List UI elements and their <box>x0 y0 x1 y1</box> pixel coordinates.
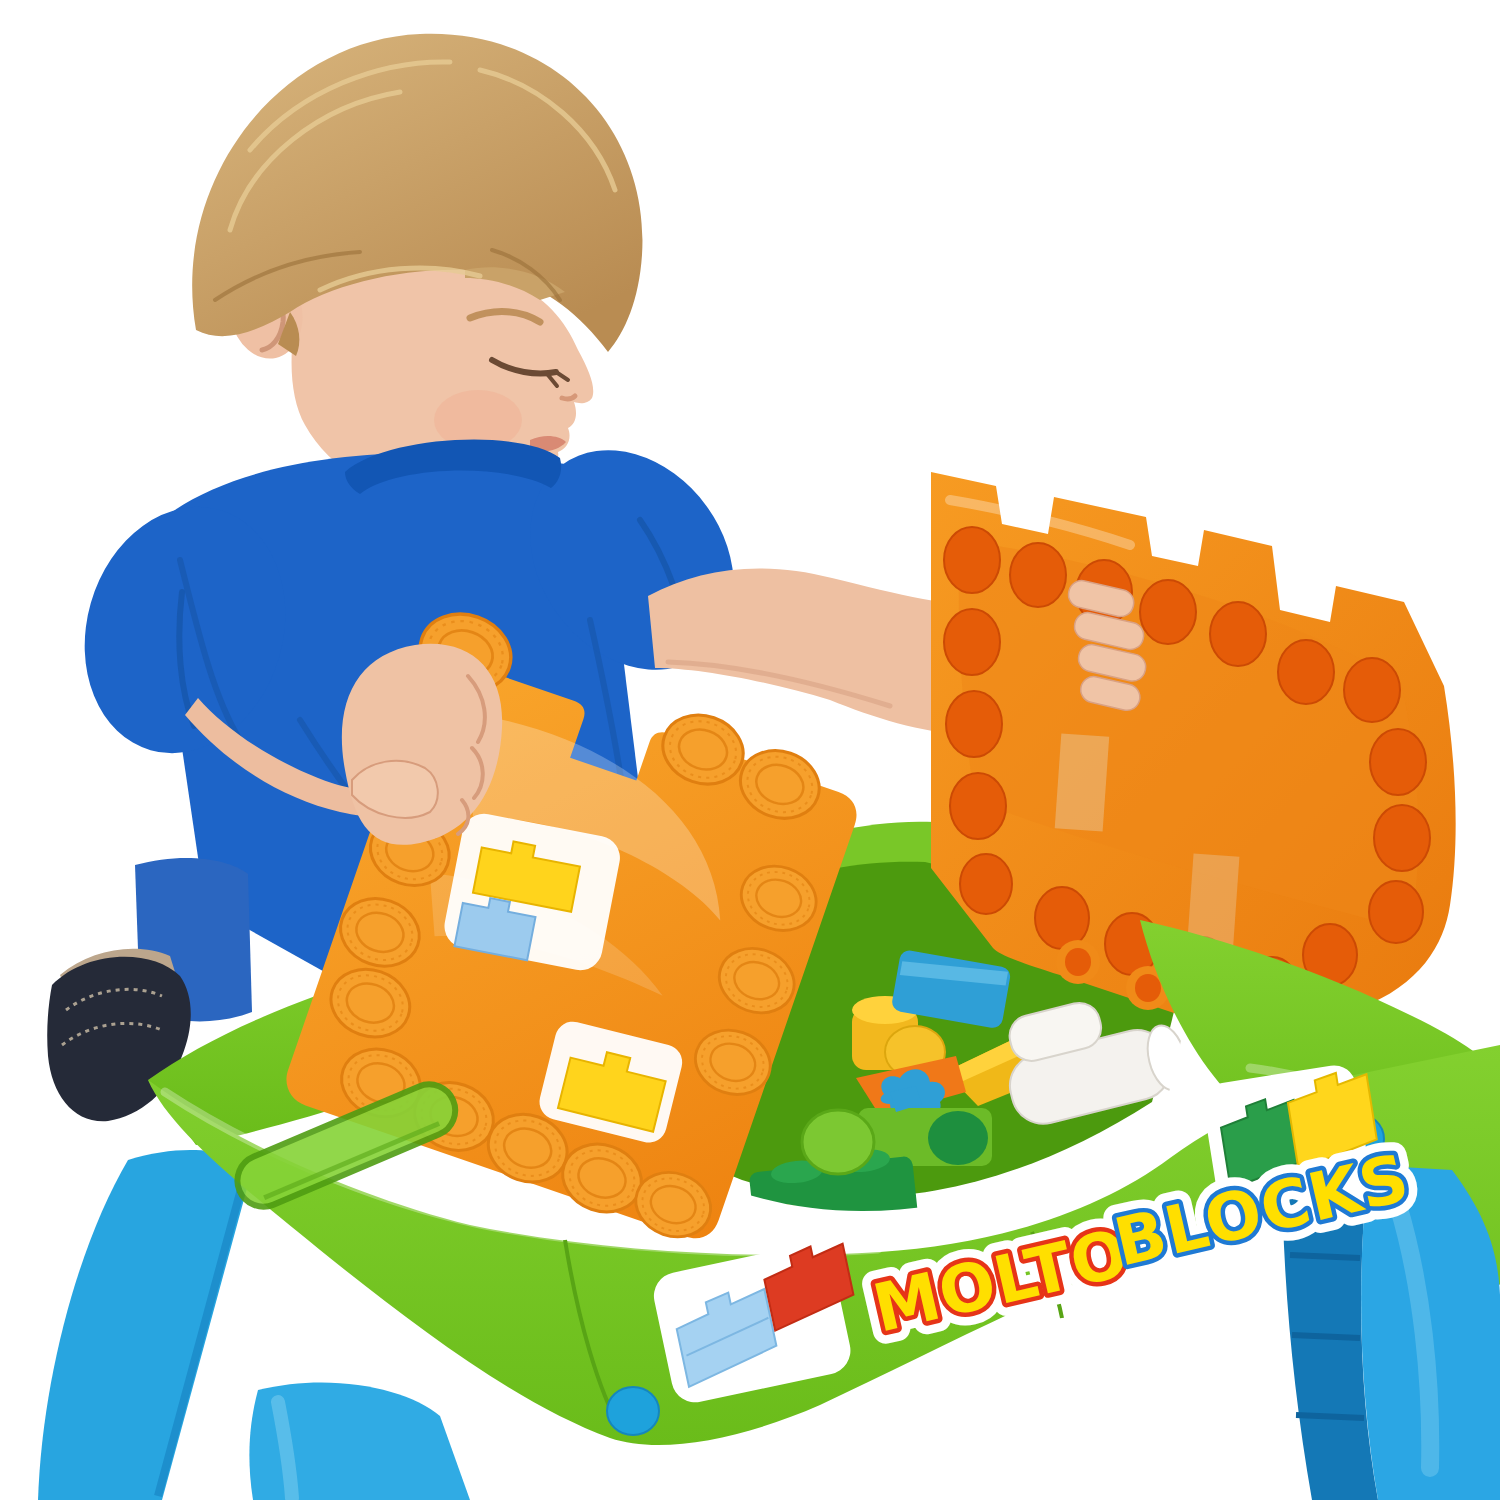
block-lightgreen-cylinder <box>802 1110 874 1174</box>
table-rivet-left <box>607 1387 659 1435</box>
scene-svg: MOLTO BLOCKS MOLTO BLOCKS <box>0 0 1500 1500</box>
child-nostril <box>562 396 575 399</box>
product-photo: MOLTO BLOCKS MOLTO BLOCKS <box>0 0 1500 1500</box>
lid-right-tape <box>1055 733 1110 831</box>
